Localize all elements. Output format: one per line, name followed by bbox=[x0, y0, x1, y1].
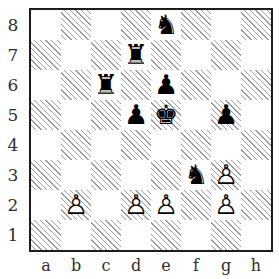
square-h6[interactable] bbox=[241, 70, 271, 100]
square-a1[interactable] bbox=[31, 220, 61, 250]
square-h1[interactable] bbox=[241, 220, 271, 250]
square-a5[interactable] bbox=[31, 100, 61, 130]
square-g3[interactable]: ♟♙ bbox=[211, 160, 241, 190]
square-e7[interactable] bbox=[151, 40, 181, 70]
black-king-glyph: ♚ bbox=[154, 100, 178, 130]
rank-label-7: 7 bbox=[0, 40, 26, 70]
piece-black-knight: ♞ bbox=[151, 10, 181, 40]
black-rook-glyph: ♜ bbox=[94, 70, 118, 100]
piece-black-rook: ♜ bbox=[121, 40, 151, 70]
piece-white-pawn: ♟♙ bbox=[121, 190, 151, 220]
square-b3[interactable] bbox=[61, 160, 91, 190]
white-pawn-outline: ♙ bbox=[214, 160, 238, 190]
rank-label-6: 6 bbox=[0, 70, 26, 100]
square-e1[interactable] bbox=[151, 220, 181, 250]
square-f5[interactable] bbox=[181, 100, 211, 130]
white-pawn-outline: ♙ bbox=[64, 190, 88, 220]
chess-board: ♞♜♜♟♟♚♟♞♟♙♟♙♟♙♟♙♟♙ bbox=[31, 10, 271, 250]
square-h5[interactable] bbox=[241, 100, 271, 130]
square-e4[interactable] bbox=[151, 130, 181, 160]
square-f3[interactable]: ♞ bbox=[181, 160, 211, 190]
square-a3[interactable] bbox=[31, 160, 61, 190]
square-d6[interactable] bbox=[121, 70, 151, 100]
square-h7[interactable] bbox=[241, 40, 271, 70]
rank-label-1: 1 bbox=[0, 220, 26, 250]
square-a6[interactable] bbox=[31, 70, 61, 100]
square-b8[interactable] bbox=[61, 10, 91, 40]
piece-black-pawn: ♟ bbox=[121, 100, 151, 130]
square-c5[interactable] bbox=[91, 100, 121, 130]
square-b7[interactable] bbox=[61, 40, 91, 70]
square-f4[interactable] bbox=[181, 130, 211, 160]
square-g8[interactable] bbox=[211, 10, 241, 40]
file-label-b: b bbox=[61, 255, 91, 277]
square-a7[interactable] bbox=[31, 40, 61, 70]
square-c4[interactable] bbox=[91, 130, 121, 160]
piece-white-pawn: ♟♙ bbox=[211, 190, 241, 220]
square-g7[interactable] bbox=[211, 40, 241, 70]
rank-label-8: 8 bbox=[0, 10, 26, 40]
square-b6[interactable] bbox=[61, 70, 91, 100]
piece-white-pawn: ♟♙ bbox=[151, 190, 181, 220]
square-a4[interactable] bbox=[31, 130, 61, 160]
square-e3[interactable] bbox=[151, 160, 181, 190]
black-knight-glyph: ♞ bbox=[154, 10, 178, 40]
white-pawn-outline: ♙ bbox=[214, 190, 238, 220]
black-pawn-glyph: ♟ bbox=[154, 70, 178, 100]
square-c2[interactable] bbox=[91, 190, 121, 220]
square-h8[interactable] bbox=[241, 10, 271, 40]
square-e8[interactable]: ♞ bbox=[151, 10, 181, 40]
square-f7[interactable] bbox=[181, 40, 211, 70]
square-h2[interactable] bbox=[241, 190, 271, 220]
square-c6[interactable]: ♜ bbox=[91, 70, 121, 100]
file-label-a: a bbox=[31, 255, 61, 277]
square-c7[interactable] bbox=[91, 40, 121, 70]
file-label-e: e bbox=[151, 255, 181, 277]
square-a8[interactable] bbox=[31, 10, 61, 40]
square-d2[interactable]: ♟♙ bbox=[121, 190, 151, 220]
file-label-h: h bbox=[241, 255, 271, 277]
file-label-g: g bbox=[211, 255, 241, 277]
black-knight-glyph: ♞ bbox=[184, 160, 208, 190]
square-c8[interactable] bbox=[91, 10, 121, 40]
square-h3[interactable] bbox=[241, 160, 271, 190]
square-g1[interactable] bbox=[211, 220, 241, 250]
white-pawn-outline: ♙ bbox=[154, 190, 178, 220]
square-b5[interactable] bbox=[61, 100, 91, 130]
square-d1[interactable] bbox=[121, 220, 151, 250]
square-c3[interactable] bbox=[91, 160, 121, 190]
black-pawn-glyph: ♟ bbox=[124, 100, 148, 130]
piece-white-pawn: ♟♙ bbox=[211, 160, 241, 190]
square-a2[interactable] bbox=[31, 190, 61, 220]
piece-black-knight: ♞ bbox=[181, 160, 211, 190]
square-f1[interactable] bbox=[181, 220, 211, 250]
file-label-c: c bbox=[91, 255, 121, 277]
square-b4[interactable] bbox=[61, 130, 91, 160]
square-b1[interactable] bbox=[61, 220, 91, 250]
square-f6[interactable] bbox=[181, 70, 211, 100]
square-f8[interactable] bbox=[181, 10, 211, 40]
rank-label-3: 3 bbox=[0, 160, 26, 190]
black-pawn-glyph: ♟ bbox=[214, 100, 238, 130]
white-pawn-outline: ♙ bbox=[124, 190, 148, 220]
square-c1[interactable] bbox=[91, 220, 121, 250]
board-frame: ♞♜♜♟♟♚♟♞♟♙♟♙♟♙♟♙♟♙ bbox=[29, 8, 273, 252]
rank-label-5: 5 bbox=[0, 100, 26, 130]
file-label-f: f bbox=[181, 255, 211, 277]
piece-black-pawn: ♟ bbox=[151, 70, 181, 100]
square-h4[interactable] bbox=[241, 130, 271, 160]
square-d4[interactable] bbox=[121, 130, 151, 160]
square-g2[interactable]: ♟♙ bbox=[211, 190, 241, 220]
square-d8[interactable] bbox=[121, 10, 151, 40]
square-g5[interactable]: ♟ bbox=[211, 100, 241, 130]
square-d5[interactable]: ♟ bbox=[121, 100, 151, 130]
black-rook-glyph: ♜ bbox=[124, 40, 148, 70]
file-label-d: d bbox=[121, 255, 151, 277]
square-b2[interactable]: ♟♙ bbox=[61, 190, 91, 220]
square-f2[interactable] bbox=[181, 190, 211, 220]
square-e2[interactable]: ♟♙ bbox=[151, 190, 181, 220]
rank-label-4: 4 bbox=[0, 130, 26, 160]
square-g4[interactable] bbox=[211, 130, 241, 160]
square-d7[interactable]: ♜ bbox=[121, 40, 151, 70]
piece-white-pawn: ♟♙ bbox=[61, 190, 91, 220]
piece-black-king: ♚ bbox=[151, 100, 181, 130]
square-d3[interactable] bbox=[121, 160, 151, 190]
square-e5[interactable]: ♚ bbox=[151, 100, 181, 130]
rank-label-2: 2 bbox=[0, 190, 26, 220]
square-g6[interactable] bbox=[211, 70, 241, 100]
piece-black-pawn: ♟ bbox=[211, 100, 241, 130]
square-e6[interactable]: ♟ bbox=[151, 70, 181, 100]
piece-black-rook: ♜ bbox=[91, 70, 121, 100]
chess-diagram: { "game": "chess", "position": { "fen": … bbox=[0, 0, 279, 279]
